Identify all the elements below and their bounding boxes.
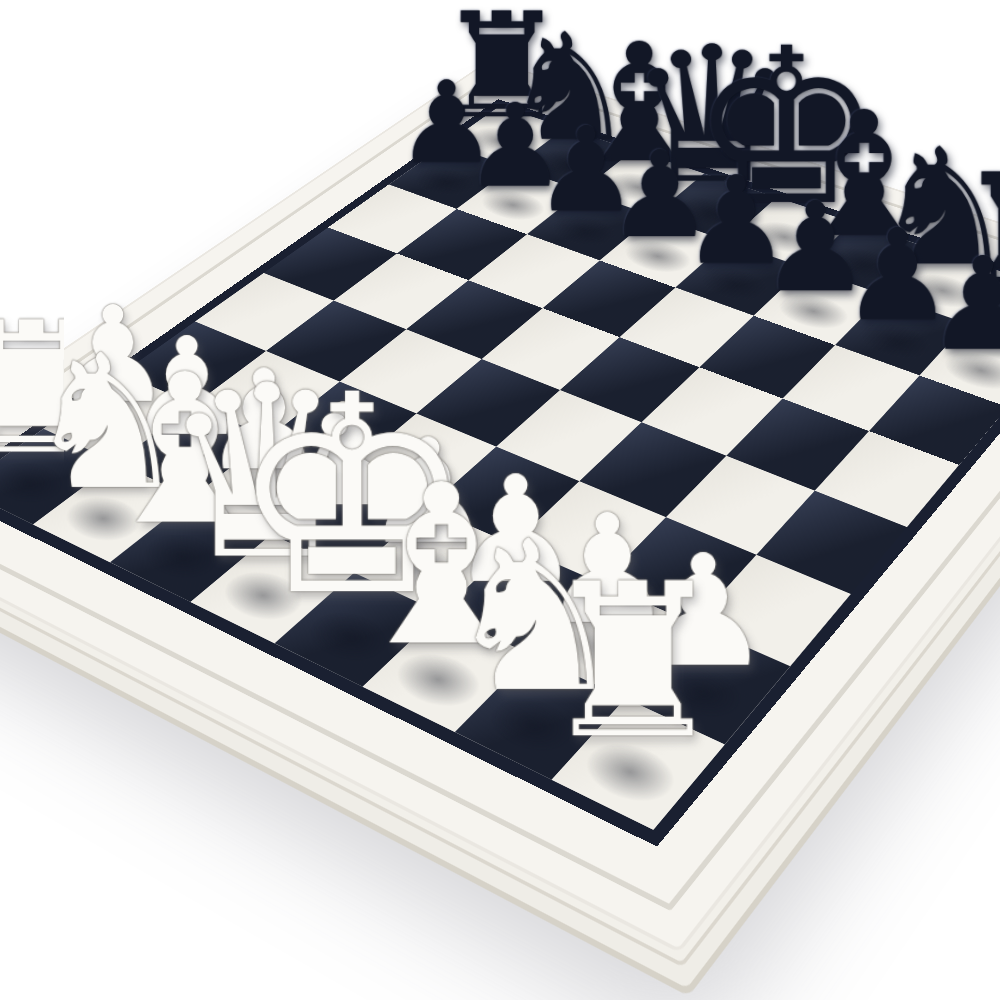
piece-white-rook-a1: ♜ [0,298,201,480]
square-e4 [496,390,641,481]
piece-black-rook-a8: ♜ [367,0,637,139]
camera-perspective: ♜♞♝♛♚♝♞♜♟♟♟♟♟♟♟♟♟♟♟♟♟♟♟♟♜♞♝♛♚♝♞♜ [0,0,1000,1000]
chess-board-grid: ♜♞♝♛♚♝♞♜♟♟♟♟♟♟♟♟♟♟♟♟♟♟♟♟♜♞♝♛♚♝♞♜ [0,99,1000,846]
square-h6 [869,375,1000,464]
chess-board: ♜♞♝♛♚♝♞♜♟♟♟♟♟♟♟♟♟♟♟♟♟♟♟♟♜♞♝♛♚♝♞♜ [0,61,1000,948]
product-photo-background: ♜♞♝♛♚♝♞♜♟♟♟♟♟♟♟♟♟♟♟♟♟♟♟♟♜♞♝♛♚♝♞♜ [0,0,1000,1000]
square-h7: ♟ [920,324,1000,408]
square-b3 [194,351,340,438]
